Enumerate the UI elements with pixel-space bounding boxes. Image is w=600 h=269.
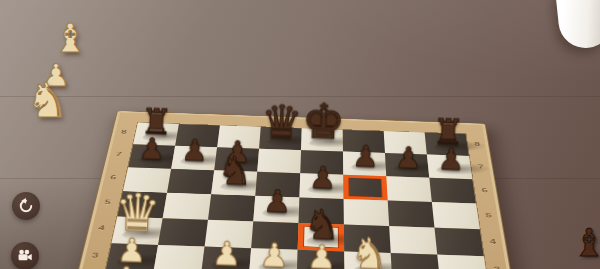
square-h5[interactable] (432, 202, 480, 229)
square-g4[interactable] (389, 226, 437, 255)
rank-label-left-6: 6 (105, 174, 122, 181)
camera-button[interactable] (11, 242, 39, 269)
square-d7[interactable] (257, 149, 301, 173)
black-knight-c6[interactable]: ♞ (216, 152, 252, 189)
black-pawn-e6[interactable]: ♟ (308, 163, 336, 192)
rank-label-right-3: 3 (488, 265, 506, 269)
rank-label-right-6: 6 (476, 187, 493, 194)
chess-board: ♜♛♚♜♟♟♟♟♟♟♞♟♟♛♞♟♟♟♟♞♟♟♟♜♜♚ 8765432187654… (55, 111, 530, 269)
video-camera-icon (16, 247, 34, 265)
rank-label-right-5: 5 (480, 211, 497, 218)
square-f6[interactable] (343, 175, 387, 201)
rank-label-left-7: 7 (110, 151, 126, 158)
square-g5[interactable] (388, 200, 435, 227)
black-pawn-d5[interactable]: ♟ (262, 186, 291, 215)
square-h3[interactable] (437, 255, 488, 269)
black-queen-d8[interactable]: ♛ (260, 100, 303, 144)
board-squares-grid: ♜♛♚♜♟♟♟♟♟♟♞♟♟♛♞♟♟♟♟♞♟♟♟♜♜♚ (91, 122, 499, 269)
square-d3[interactable]: ♟ (249, 248, 298, 269)
rank-label-right-4: 4 (484, 238, 501, 246)
rank-label-right-7: 7 (473, 163, 489, 170)
square-g3[interactable] (391, 253, 440, 269)
game-screen: ♝♟♞♝ ♜♛♚♜♟♟♟♟♟♟♞♟♟♛♞♟♟♟♟♞♟♟♟♜♜♚ 87654321… (0, 0, 600, 269)
rank-label-left-5: 5 (99, 198, 116, 205)
rank-label-left-4: 4 (93, 224, 111, 232)
square-f3[interactable]: ♞ (344, 251, 392, 269)
rank-label-left-8: 8 (116, 129, 132, 135)
undo-button[interactable] (12, 192, 40, 220)
square-h7[interactable]: ♟ (427, 155, 472, 180)
square-b3[interactable] (153, 245, 204, 269)
captured-black-bishop: ♝ (572, 224, 600, 262)
square-b5[interactable] (163, 193, 212, 220)
square-c3[interactable]: ♟ (201, 247, 251, 269)
square-d8[interactable]: ♛ (259, 127, 302, 150)
square-c6[interactable]: ♞ (211, 170, 257, 196)
white-mug (555, 0, 600, 51)
black-pawn-h7[interactable]: ♟ (437, 145, 464, 173)
undo-arrow-icon (17, 197, 35, 215)
chess-board-wrap: ♜♛♚♜♟♟♟♟♟♟♞♟♟♛♞♟♟♟♟♞♟♟♟♜♜♚ 8765432187654… (85, 17, 508, 269)
square-d5[interactable]: ♟ (253, 196, 299, 223)
square-e8[interactable]: ♚ (301, 128, 343, 151)
black-pawn-f7[interactable]: ♟ (351, 142, 378, 170)
square-h6[interactable] (429, 178, 476, 204)
square-b4[interactable] (158, 218, 208, 246)
white-pawn-d3[interactable]: ♟ (259, 239, 289, 269)
rank-label-left-3: 3 (86, 251, 104, 259)
square-a7[interactable]: ♟ (128, 144, 175, 168)
black-pawn-b7[interactable]: ♟ (180, 136, 207, 164)
black-pawn-a7[interactable]: ♟ (138, 134, 165, 162)
square-b7[interactable]: ♟ (171, 146, 217, 170)
square-b6[interactable] (167, 169, 214, 195)
white-knight-f3[interactable]: ♞ (349, 234, 388, 269)
square-f5[interactable] (344, 199, 390, 226)
white-pawn-c3[interactable]: ♟ (211, 238, 241, 269)
square-g7[interactable]: ♟ (385, 153, 429, 178)
square-c5[interactable] (208, 194, 255, 221)
black-king-e8[interactable]: ♚ (300, 100, 345, 146)
square-h4[interactable] (434, 228, 483, 257)
square-f7[interactable]: ♟ (343, 152, 386, 177)
captured-white-knight: ♞ (26, 76, 69, 124)
rank-label-right-8: 8 (469, 141, 485, 147)
white-pawn-a2[interactable]: ♟ (110, 263, 141, 269)
square-e6[interactable]: ♟ (299, 173, 343, 199)
black-pawn-g7[interactable]: ♟ (394, 143, 421, 171)
square-g6[interactable] (386, 176, 432, 202)
captured-white-bishop: ♝ (52, 18, 88, 58)
